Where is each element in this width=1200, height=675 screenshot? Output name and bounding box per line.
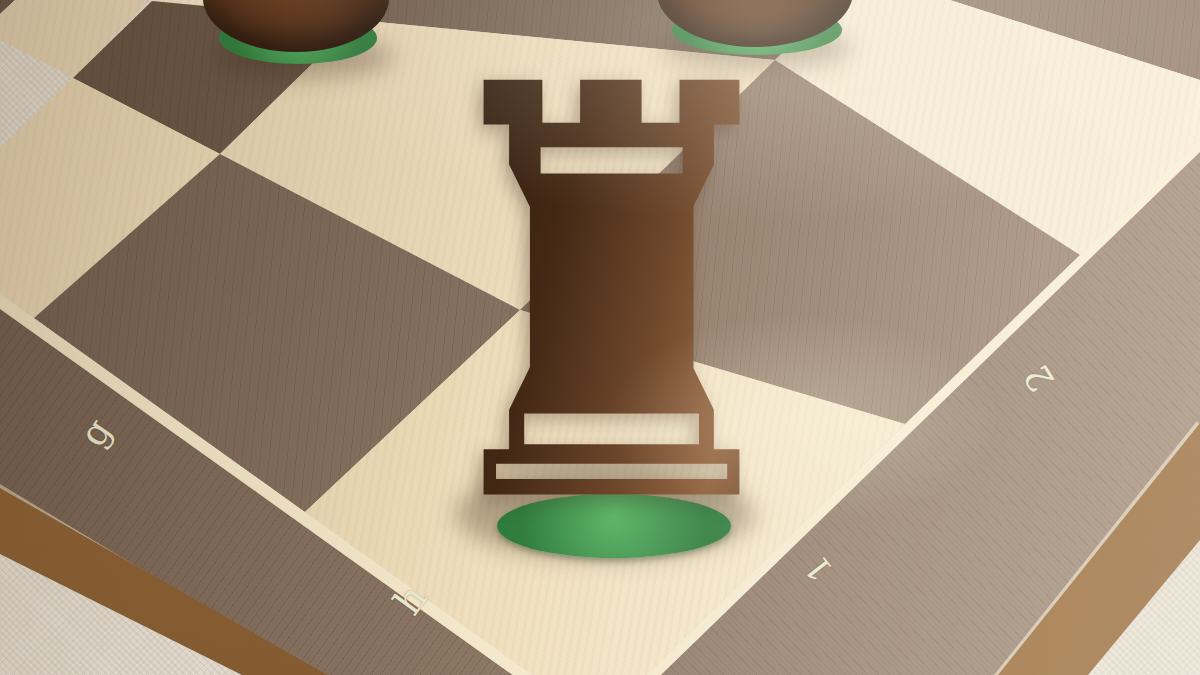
chessboard-photo-scene: g h 1 2 ♜: [0, 0, 1200, 675]
rook-icon: ♜: [408, 28, 815, 568]
piece-rook-h1[interactable]: ♜: [447, 92, 777, 568]
